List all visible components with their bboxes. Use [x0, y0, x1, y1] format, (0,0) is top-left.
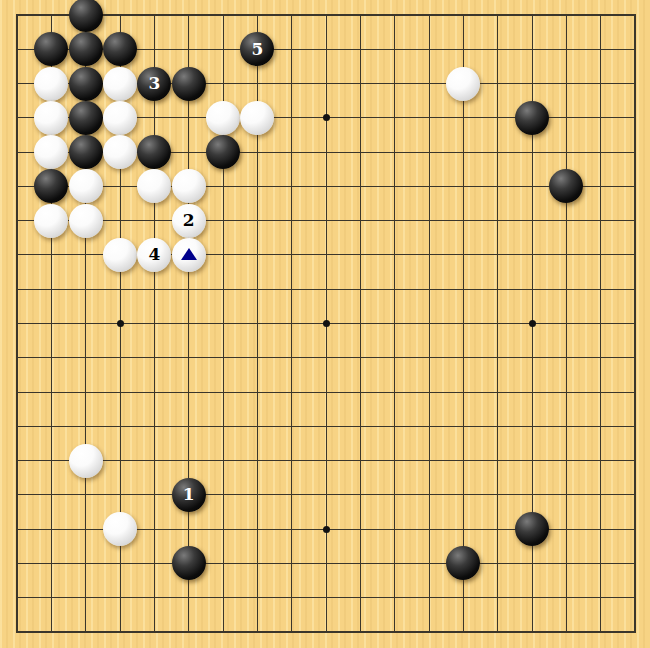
black-stone: 5 — [240, 32, 274, 66]
move-number-label: 3 — [148, 75, 160, 92]
black-stone: 1 — [172, 478, 206, 512]
white-stone — [103, 238, 137, 272]
grid-line-vertical — [429, 14, 430, 633]
black-stone — [172, 546, 206, 580]
white-stone — [34, 204, 68, 238]
star-point — [323, 114, 330, 121]
black-stone — [515, 512, 549, 546]
black-stone — [446, 546, 480, 580]
move-number-label: 5 — [251, 41, 263, 58]
white-stone — [206, 101, 240, 135]
move-number-label: 1 — [183, 486, 195, 503]
move-number-label: 2 — [183, 212, 195, 229]
black-stone — [69, 101, 103, 135]
white-stone — [172, 238, 206, 272]
black-stone — [137, 135, 171, 169]
white-stone — [69, 204, 103, 238]
grid-line-horizontal — [16, 460, 636, 461]
star-point — [323, 526, 330, 533]
black-stone — [103, 32, 137, 66]
grid-line-horizontal — [16, 631, 636, 633]
grid-line-horizontal — [16, 392, 636, 393]
black-stone — [206, 135, 240, 169]
triangle-marker-icon — [181, 248, 197, 260]
black-stone — [69, 135, 103, 169]
star-point — [529, 320, 536, 327]
move-number-label: 4 — [148, 246, 160, 263]
black-stone: 3 — [137, 67, 171, 101]
grid-line-vertical — [634, 14, 636, 633]
black-stone — [172, 67, 206, 101]
black-stone — [549, 169, 583, 203]
white-stone: 2 — [172, 204, 206, 238]
white-stone — [137, 169, 171, 203]
star-point — [323, 320, 330, 327]
black-stone — [69, 67, 103, 101]
grid-line-horizontal — [16, 494, 636, 495]
grid-line-horizontal — [16, 563, 636, 564]
black-stone — [69, 32, 103, 66]
white-stone: 4 — [137, 238, 171, 272]
grid-line-horizontal — [16, 426, 636, 427]
white-stone — [103, 512, 137, 546]
grid-line-vertical — [394, 14, 395, 633]
grid-line-horizontal — [16, 357, 636, 358]
grid-line-vertical — [600, 14, 601, 633]
go-board[interactable]: 53241 — [0, 0, 650, 648]
white-stone — [34, 101, 68, 135]
white-stone — [69, 444, 103, 478]
black-stone — [515, 101, 549, 135]
white-stone — [69, 169, 103, 203]
black-stone — [34, 32, 68, 66]
star-point — [117, 320, 124, 327]
white-stone — [103, 135, 137, 169]
white-stone — [240, 101, 274, 135]
white-stone — [34, 135, 68, 169]
black-stone — [69, 0, 103, 32]
white-stone — [446, 67, 480, 101]
white-stone — [34, 67, 68, 101]
white-stone — [172, 169, 206, 203]
grid-line-horizontal — [16, 597, 636, 598]
black-stone — [34, 169, 68, 203]
grid-line-vertical — [463, 14, 464, 633]
white-stone — [103, 101, 137, 135]
white-stone — [103, 67, 137, 101]
grid-line-vertical — [497, 14, 498, 633]
grid-line-vertical — [566, 14, 567, 633]
grid-line-vertical — [360, 14, 361, 633]
